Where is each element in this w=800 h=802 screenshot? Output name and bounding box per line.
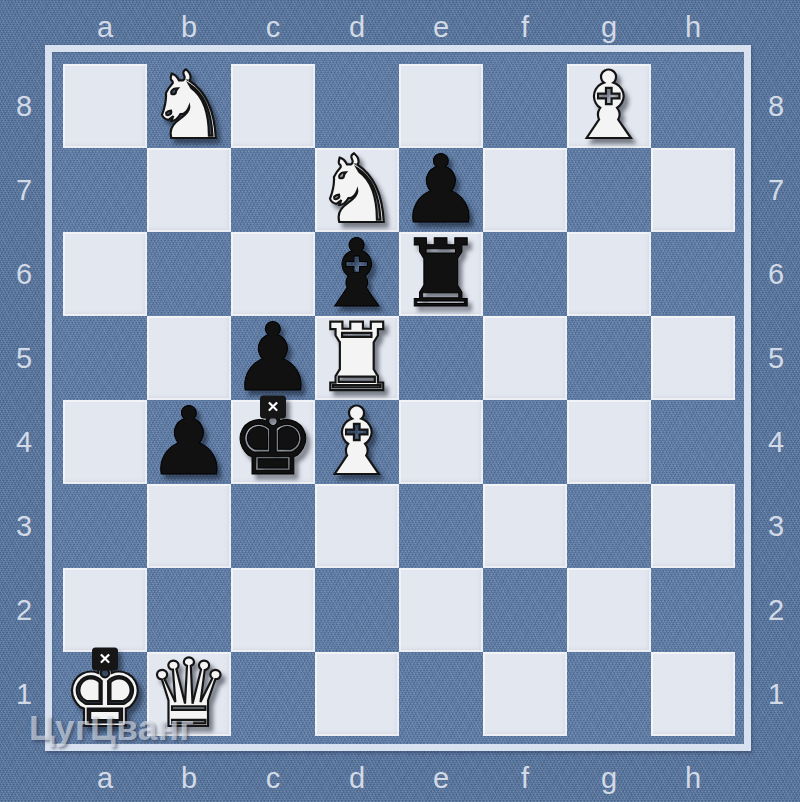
file-label-g-top: g [567, 6, 651, 48]
square-h2[interactable] [651, 568, 735, 652]
square-g6[interactable] [567, 232, 651, 316]
square-c4[interactable]: ♚✕ [231, 400, 315, 484]
square-f7[interactable] [483, 148, 567, 232]
square-h1[interactable] [651, 652, 735, 736]
rank-label-6-left: 6 [0, 232, 48, 316]
file-label-a-bottom: a [63, 757, 147, 799]
rank-label-3-right: 3 [752, 484, 800, 568]
file-label-d-bottom: d [315, 757, 399, 799]
square-d3[interactable] [315, 484, 399, 568]
file-label-e-top: e [399, 6, 483, 48]
square-e4[interactable] [399, 400, 483, 484]
rank-label-7-left: 7 [0, 148, 48, 232]
square-b8[interactable]: ♞ [147, 64, 231, 148]
rank-label-4-left: 4 [0, 400, 48, 484]
square-f3[interactable] [483, 484, 567, 568]
square-f1[interactable] [483, 652, 567, 736]
rank-label-2-right: 2 [752, 568, 800, 652]
file-label-g-bottom: g [567, 757, 651, 799]
square-d1[interactable] [315, 652, 399, 736]
square-h8[interactable] [651, 64, 735, 148]
rank-label-8-left: 8 [0, 64, 48, 148]
piece-white-knight-b8[interactable]: ♞ [147, 64, 231, 148]
file-label-h-top: h [651, 6, 735, 48]
king-cross-marker: ✕ [94, 649, 117, 669]
square-a5[interactable] [63, 316, 147, 400]
rank-label-3-left: 3 [0, 484, 48, 568]
rank-label-5-left: 5 [0, 316, 48, 400]
square-e6[interactable]: ♜ [399, 232, 483, 316]
rank-labels-right: 87654321 [752, 64, 800, 736]
chess-board: ♞♝♞♟♝♜♟♜♟♚✕♝♚✕♛ [63, 64, 735, 736]
piece-white-bishop-g8[interactable]: ♝ [567, 64, 651, 148]
file-label-f-top: f [483, 6, 567, 48]
rank-label-6-right: 6 [752, 232, 800, 316]
rank-label-7-right: 7 [752, 148, 800, 232]
square-a3[interactable] [63, 484, 147, 568]
rank-label-5-right: 5 [752, 316, 800, 400]
file-label-c-bottom: c [231, 757, 315, 799]
piece-black-pawn-b4[interactable]: ♟ [147, 400, 231, 484]
square-c2[interactable] [231, 568, 315, 652]
square-f6[interactable] [483, 232, 567, 316]
square-g7[interactable] [567, 148, 651, 232]
square-e2[interactable] [399, 568, 483, 652]
square-e1[interactable] [399, 652, 483, 736]
rank-label-4-right: 4 [752, 400, 800, 484]
square-b6[interactable] [147, 232, 231, 316]
file-label-e-bottom: e [399, 757, 483, 799]
square-a8[interactable] [63, 64, 147, 148]
square-h6[interactable] [651, 232, 735, 316]
piece-black-rook-e6[interactable]: ♜ [399, 232, 483, 316]
square-g3[interactable] [567, 484, 651, 568]
file-label-a-top: a [63, 6, 147, 48]
square-h7[interactable] [651, 148, 735, 232]
square-e5[interactable] [399, 316, 483, 400]
rank-label-8-right: 8 [752, 64, 800, 148]
square-h5[interactable] [651, 316, 735, 400]
square-c8[interactable] [231, 64, 315, 148]
site-watermark: ЦугЦванг [29, 708, 194, 748]
square-g4[interactable] [567, 400, 651, 484]
square-d4[interactable]: ♝ [315, 400, 399, 484]
square-a4[interactable] [63, 400, 147, 484]
square-a6[interactable] [63, 232, 147, 316]
file-labels-top: abcdefgh [63, 6, 735, 48]
piece-black-king-c4[interactable]: ♚✕ [231, 400, 315, 484]
square-g2[interactable] [567, 568, 651, 652]
file-label-h-bottom: h [651, 757, 735, 799]
square-g1[interactable] [567, 652, 651, 736]
file-label-f-bottom: f [483, 757, 567, 799]
file-labels-bottom: abcdefgh [63, 757, 735, 799]
king-cross-marker: ✕ [262, 397, 285, 417]
square-h3[interactable] [651, 484, 735, 568]
square-c7[interactable] [231, 148, 315, 232]
square-d2[interactable] [315, 568, 399, 652]
file-label-c-top: c [231, 6, 315, 48]
file-label-b-top: b [147, 6, 231, 48]
square-b3[interactable] [147, 484, 231, 568]
square-c1[interactable] [231, 652, 315, 736]
square-b7[interactable] [147, 148, 231, 232]
rank-label-2-left: 2 [0, 568, 48, 652]
square-b4[interactable]: ♟ [147, 400, 231, 484]
square-f8[interactable] [483, 64, 567, 148]
piece-white-bishop-d4[interactable]: ♝ [315, 400, 399, 484]
square-f5[interactable] [483, 316, 567, 400]
rank-label-1-right: 1 [752, 652, 800, 736]
chess-diagram-page: abcdefgh 87654321 87654321 abcdefgh ♞♝♞♟… [0, 0, 800, 802]
square-f4[interactable] [483, 400, 567, 484]
square-f2[interactable] [483, 568, 567, 652]
square-g8[interactable]: ♝ [567, 64, 651, 148]
rank-labels-left: 87654321 [0, 64, 48, 736]
square-g5[interactable] [567, 316, 651, 400]
square-e3[interactable] [399, 484, 483, 568]
square-a7[interactable] [63, 148, 147, 232]
file-label-b-bottom: b [147, 757, 231, 799]
file-label-d-top: d [315, 6, 399, 48]
square-c3[interactable] [231, 484, 315, 568]
square-h4[interactable] [651, 400, 735, 484]
